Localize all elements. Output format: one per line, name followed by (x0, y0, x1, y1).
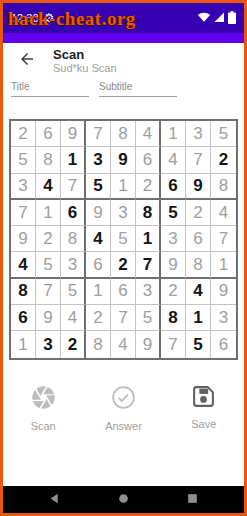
sudoku-cell-r5c6[interactable]: 1 (136, 226, 161, 252)
sudoku-cell-r2c8[interactable]: 7 (186, 147, 211, 173)
sudoku-cell-r8c6[interactable]: 5 (136, 305, 161, 331)
sudoku-cell-r6c8[interactable]: 8 (186, 252, 211, 278)
sudoku-cell-r3c1[interactable]: 3 (11, 174, 36, 200)
sudoku-cell-r6c2[interactable]: 5 (36, 252, 61, 278)
sudoku-cell-r9c1[interactable]: 1 (11, 331, 36, 357)
sudoku-cell-r2c1[interactable]: 5 (11, 147, 36, 173)
sudoku-cell-r8c5[interactable]: 7 (111, 305, 136, 331)
sudoku-cell-r1c8[interactable]: 3 (186, 121, 211, 147)
sudoku-cell-r6c5[interactable]: 2 (111, 252, 136, 278)
sudoku-cell-r3c8[interactable]: 9 (186, 174, 211, 200)
sudoku-cell-r1c2[interactable]: 6 (36, 121, 61, 147)
sudoku-cell-r5c1[interactable]: 9 (11, 226, 36, 252)
nav-back-icon[interactable] (48, 491, 61, 509)
check-circle-icon (110, 384, 137, 415)
sudoku-grid: 2697841355813964723475126987169385249284… (9, 119, 238, 360)
sudoku-cell-r2c6[interactable]: 6 (136, 147, 161, 173)
sudoku-cell-r2c7[interactable]: 4 (161, 147, 186, 173)
sudoku-cell-r1c6[interactable]: 4 (136, 121, 161, 147)
camera-aperture-icon (30, 384, 57, 415)
sudoku-cell-r4c8[interactable]: 2 (186, 200, 211, 226)
sudoku-cell-r6c1[interactable]: 4 (11, 252, 36, 278)
sudoku-cell-r6c7[interactable]: 9 (161, 252, 186, 278)
back-arrow-icon (18, 50, 36, 72)
save-icon (191, 384, 216, 413)
sudoku-cell-r9c9[interactable]: 6 (211, 331, 236, 357)
save-button-label: Save (191, 418, 216, 430)
action-bar: Scan Answer Save (3, 384, 244, 432)
sudoku-cell-r4c6[interactable]: 8 (136, 200, 161, 226)
sudoku-cell-r8c7[interactable]: 8 (161, 305, 186, 331)
page-title: Scan (53, 47, 117, 62)
sudoku-cell-r3c9[interactable]: 8 (211, 174, 236, 200)
page-subtitle: Sud*ku Scan (53, 62, 117, 75)
sudoku-cell-r9c2[interactable]: 3 (36, 331, 61, 357)
sudoku-cell-r6c6[interactable]: 7 (136, 252, 161, 278)
sudoku-cell-r8c8[interactable]: 1 (186, 305, 211, 331)
answer-button[interactable]: Answer (83, 384, 163, 432)
sudoku-cell-r5c2[interactable]: 2 (36, 226, 61, 252)
sudoku-cell-r7c3[interactable]: 5 (61, 279, 86, 305)
sudoku-cell-r8c4[interactable]: 2 (86, 305, 111, 331)
back-button[interactable] (9, 43, 45, 79)
sudoku-cell-r5c7[interactable]: 3 (161, 226, 186, 252)
sudoku-cell-r7c2[interactable]: 7 (36, 279, 61, 305)
sudoku-cell-r2c9[interactable]: 2 (211, 147, 236, 173)
save-button[interactable]: Save (164, 384, 244, 432)
sudoku-cell-r1c4[interactable]: 7 (86, 121, 111, 147)
sudoku-cell-r9c4[interactable]: 8 (86, 331, 111, 357)
subtitle-field-underline (99, 96, 177, 97)
sudoku-cell-r7c6[interactable]: 3 (136, 279, 161, 305)
subtitle-field[interactable]: Subtitle (99, 81, 177, 105)
sudoku-cell-r3c5[interactable]: 1 (111, 174, 136, 200)
sudoku-cell-r3c6[interactable]: 2 (136, 174, 161, 200)
sudoku-cell-r7c8[interactable]: 4 (186, 279, 211, 305)
nav-home-icon[interactable] (117, 491, 130, 509)
sudoku-cell-r2c2[interactable]: 8 (36, 147, 61, 173)
sudoku-cell-r7c9[interactable]: 9 (211, 279, 236, 305)
title-field-underline (11, 96, 89, 97)
sudoku-cell-r9c8[interactable]: 5 (186, 331, 211, 357)
gear-icon: ⚙ (44, 12, 55, 24)
sudoku-cell-r3c2[interactable]: 4 (36, 174, 61, 200)
sudoku-cell-r4c5[interactable]: 3 (111, 200, 136, 226)
sudoku-cell-r5c3[interactable]: 8 (61, 226, 86, 252)
sudoku-cell-r5c8[interactable]: 6 (186, 226, 211, 252)
sudoku-cell-r5c5[interactable]: 5 (111, 226, 136, 252)
answer-button-label: Answer (105, 420, 142, 432)
battery-icon (228, 11, 236, 26)
sudoku-cell-r8c2[interactable]: 9 (36, 305, 61, 331)
accent-strip (3, 33, 244, 43)
sudoku-cell-r5c4[interactable]: 4 (86, 226, 111, 252)
sudoku-cell-r3c3[interactable]: 7 (61, 174, 86, 200)
app-screen: hack-cheat.org 12:30 ⚙ Scan Sud*ku (0, 0, 247, 516)
app-bar: Scan Sud*ku Scan (3, 43, 244, 79)
sudoku-cell-r2c4[interactable]: 3 (86, 147, 111, 173)
sudoku-cell-r8c3[interactable]: 4 (61, 305, 86, 331)
sudoku-cell-r7c5[interactable]: 6 (111, 279, 136, 305)
sudoku-cell-r7c7[interactable]: 2 (161, 279, 186, 305)
sudoku-cell-r6c3[interactable]: 3 (61, 252, 86, 278)
scan-button-label: Scan (31, 420, 56, 432)
sudoku-cell-r4c3[interactable]: 6 (61, 200, 86, 226)
sudoku-cell-r4c9[interactable]: 4 (211, 200, 236, 226)
sudoku-cell-r6c9[interactable]: 1 (211, 252, 236, 278)
sudoku-cell-r4c4[interactable]: 9 (86, 200, 111, 226)
form-fields: Title Subtitle (3, 79, 244, 105)
sudoku-cell-r1c1[interactable]: 2 (11, 121, 36, 147)
sudoku-cell-r8c1[interactable]: 6 (11, 305, 36, 331)
sudoku-cell-r7c4[interactable]: 1 (86, 279, 111, 305)
nav-recents-icon[interactable] (186, 491, 199, 509)
sudoku-cell-r4c2[interactable]: 1 (36, 200, 61, 226)
signal-icon (213, 11, 225, 25)
sudoku-cell-r1c9[interactable]: 5 (211, 121, 236, 147)
sudoku-cell-r4c1[interactable]: 7 (11, 200, 36, 226)
sudoku-cell-r2c5[interactable]: 9 (111, 147, 136, 173)
title-field-placeholder: Title (11, 81, 89, 96)
sudoku-cell-r6c4[interactable]: 6 (86, 252, 111, 278)
title-field[interactable]: Title (11, 81, 89, 105)
sudoku-cell-r2c3[interactable]: 1 (61, 147, 86, 173)
sudoku-cell-r5c9[interactable]: 7 (211, 226, 236, 252)
sudoku-cell-r7c1[interactable]: 8 (11, 279, 36, 305)
sudoku-cell-r4c7[interactable]: 5 (161, 200, 186, 226)
sudoku-cell-r1c3[interactable]: 9 (61, 121, 86, 147)
sudoku-cell-r1c5[interactable]: 8 (111, 121, 136, 147)
sudoku-cell-r8c9[interactable]: 3 (211, 305, 236, 331)
status-bar: 12:30 ⚙ (3, 3, 244, 33)
subtitle-field-placeholder: Subtitle (99, 81, 177, 96)
sudoku-cell-r3c4[interactable]: 5 (86, 174, 111, 200)
android-nav-bar (3, 486, 244, 513)
sudoku-cell-r3c7[interactable]: 6 (161, 174, 186, 200)
sudoku-cell-r9c5[interactable]: 4 (111, 331, 136, 357)
sudoku-cell-r9c7[interactable]: 7 (161, 331, 186, 357)
sudoku-cell-r1c7[interactable]: 1 (161, 121, 186, 147)
sudoku-cell-r9c3[interactable]: 2 (61, 331, 86, 357)
wifi-icon (198, 11, 210, 25)
sudoku-cell-r9c6[interactable]: 9 (136, 331, 161, 357)
scan-button[interactable]: Scan (3, 384, 83, 432)
status-time: 12:30 (11, 12, 39, 24)
